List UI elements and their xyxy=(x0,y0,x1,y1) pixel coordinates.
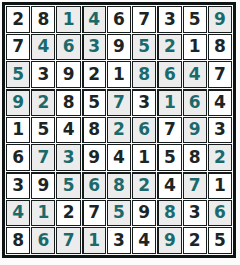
cell-r9c3[interactable]: 7 xyxy=(56,227,80,254)
given-digit: 1 xyxy=(138,149,150,166)
cell-r6c3[interactable]: 3 xyxy=(56,144,80,171)
cell-r8c1[interactable]: 4 xyxy=(6,200,30,227)
cell-r4c7[interactable]: 1 xyxy=(157,89,181,116)
cell-r4c1[interactable]: 9 xyxy=(6,89,30,116)
given-digit: 8 xyxy=(63,94,75,111)
given-digit: 2 xyxy=(88,66,100,83)
cell-r6c7[interactable]: 5 xyxy=(157,144,181,171)
given-digit: 3 xyxy=(189,204,201,221)
solved-digit: 4 xyxy=(37,38,49,55)
cell-r4c9[interactable]: 4 xyxy=(208,89,232,116)
cell-r8c8[interactable]: 3 xyxy=(183,200,207,227)
cell-r7c8[interactable]: 7 xyxy=(183,172,207,199)
given-digit: 2 xyxy=(189,232,201,249)
cell-r4c3[interactable]: 8 xyxy=(56,89,80,116)
cell-r3c9[interactable]: 7 xyxy=(208,61,232,88)
cell-r6c9[interactable]: 2 xyxy=(208,144,232,171)
given-digit: 7 xyxy=(12,38,24,55)
solved-digit: 7 xyxy=(189,177,201,194)
solved-digit: 1 xyxy=(164,94,176,111)
solved-digit: 6 xyxy=(189,94,201,111)
cell-r1c9[interactable]: 9 xyxy=(208,6,232,33)
cell-r5c3[interactable]: 4 xyxy=(56,117,80,144)
cell-r5c8[interactable]: 9 xyxy=(183,117,207,144)
cell-r4c2[interactable]: 2 xyxy=(31,89,55,116)
given-digit: 5 xyxy=(164,149,176,166)
solved-digit: 4 xyxy=(189,66,201,83)
cell-r1c6[interactable]: 7 xyxy=(132,6,156,33)
given-digit: 4 xyxy=(113,149,125,166)
solved-digit: 6 xyxy=(88,177,100,194)
cell-r7c1[interactable]: 3 xyxy=(6,172,30,199)
cell-r5c5[interactable]: 2 xyxy=(107,117,131,144)
solved-digit: 1 xyxy=(63,11,75,28)
given-digit: 3 xyxy=(12,177,24,194)
solved-digit: 5 xyxy=(63,177,75,194)
cell-r8c2[interactable]: 1 xyxy=(31,200,55,227)
cell-r2c7[interactable]: 2 xyxy=(157,34,181,61)
cell-r7c3[interactable]: 5 xyxy=(56,172,80,199)
solved-digit: 5 xyxy=(138,38,150,55)
given-digit: 8 xyxy=(88,121,100,138)
solved-digit: 2 xyxy=(37,94,49,111)
given-digit: 9 xyxy=(37,177,49,194)
cell-r9c8[interactable]: 2 xyxy=(183,227,207,254)
given-digit: 1 xyxy=(113,66,125,83)
given-digit: 1 xyxy=(214,177,226,194)
given-digit: 3 xyxy=(37,66,49,83)
cell-r7c5[interactable]: 8 xyxy=(107,172,131,199)
solved-digit: 6 xyxy=(164,66,176,83)
given-digit: 3 xyxy=(164,11,176,28)
cell-r5c2[interactable]: 5 xyxy=(31,117,55,144)
solved-digit: 6 xyxy=(37,232,49,249)
solved-digit: 7 xyxy=(37,149,49,166)
given-digit: 2 xyxy=(63,204,75,221)
solved-digit: 3 xyxy=(88,38,100,55)
cell-r8c9[interactable]: 6 xyxy=(208,200,232,227)
given-digit: 4 xyxy=(138,232,150,249)
cell-r3c1[interactable]: 5 xyxy=(6,61,30,88)
cell-r1c5[interactable]: 6 xyxy=(107,6,131,33)
solved-digit: 1 xyxy=(88,232,100,249)
cell-r9c6[interactable]: 4 xyxy=(132,227,156,254)
cell-r1c2[interactable]: 8 xyxy=(31,6,55,33)
solved-digit: 3 xyxy=(63,149,75,166)
given-digit: 5 xyxy=(214,232,226,249)
cell-r5c1[interactable]: 1 xyxy=(6,117,30,144)
cell-r6c1[interactable]: 6 xyxy=(6,144,30,171)
given-digit: 8 xyxy=(189,149,201,166)
cell-r8c7[interactable]: 8 xyxy=(157,200,181,227)
solved-digit: 8 xyxy=(113,177,125,194)
cell-r2c3[interactable]: 6 xyxy=(56,34,80,61)
cell-r4c8[interactable]: 6 xyxy=(183,89,207,116)
cell-r4c5[interactable]: 7 xyxy=(107,89,131,116)
cell-r3c6[interactable]: 8 xyxy=(132,61,156,88)
given-digit: 8 xyxy=(12,232,24,249)
cell-r1c4[interactable]: 4 xyxy=(82,6,106,33)
cell-r1c8[interactable]: 5 xyxy=(183,6,207,33)
cell-r7c2[interactable]: 9 xyxy=(31,172,55,199)
cell-r1c1[interactable]: 2 xyxy=(6,6,30,33)
cell-r2c4[interactable]: 3 xyxy=(82,34,106,61)
cell-r8c4[interactable]: 7 xyxy=(82,200,106,227)
solved-digit: 7 xyxy=(63,232,75,249)
given-digit: 1 xyxy=(189,38,201,55)
given-digit: 7 xyxy=(214,66,226,83)
given-digit: 3 xyxy=(113,232,125,249)
solved-digit: 2 xyxy=(164,38,176,55)
solved-digit: 6 xyxy=(63,38,75,55)
cell-r5c9[interactable]: 3 xyxy=(208,117,232,144)
solved-digit: 2 xyxy=(113,121,125,138)
solved-digit: 5 xyxy=(113,204,125,221)
given-digit: 3 xyxy=(214,121,226,138)
given-digit: 4 xyxy=(63,121,75,138)
given-digit: 9 xyxy=(138,204,150,221)
solved-digit: 9 xyxy=(164,232,176,249)
cell-r5c7[interactable]: 7 xyxy=(157,117,181,144)
solved-digit: 9 xyxy=(12,94,24,111)
given-digit: 2 xyxy=(12,11,24,28)
solved-digit: 9 xyxy=(214,11,226,28)
given-digit: 7 xyxy=(164,121,176,138)
solved-digit: 8 xyxy=(138,66,150,83)
cell-r7c9[interactable]: 1 xyxy=(208,172,232,199)
given-digit: 7 xyxy=(138,11,150,28)
cell-r6c2[interactable]: 7 xyxy=(31,144,55,171)
solved-digit: 6 xyxy=(214,204,226,221)
given-digit: 3 xyxy=(138,94,150,111)
cell-r3c4[interactable]: 2 xyxy=(82,61,106,88)
cell-r9c5[interactable]: 3 xyxy=(107,227,131,254)
cell-r6c5[interactable]: 4 xyxy=(107,144,131,171)
given-digit: 5 xyxy=(88,94,100,111)
given-digit: 6 xyxy=(12,149,24,166)
cell-r1c3[interactable]: 1 xyxy=(56,6,80,33)
given-digit: 5 xyxy=(189,11,201,28)
given-digit: 7 xyxy=(88,204,100,221)
solved-digit: 8 xyxy=(164,204,176,221)
solved-digit: 9 xyxy=(189,121,201,138)
cell-r3c3[interactable]: 9 xyxy=(56,61,80,88)
solved-digit: 4 xyxy=(88,11,100,28)
cell-r2c5[interactable]: 9 xyxy=(107,34,131,61)
cell-r3c2[interactable]: 3 xyxy=(31,61,55,88)
cell-r2c9[interactable]: 8 xyxy=(208,34,232,61)
cell-r9c4[interactable]: 1 xyxy=(82,227,106,254)
cell-r4c4[interactable]: 5 xyxy=(82,89,106,116)
cell-r8c6[interactable]: 9 xyxy=(132,200,156,227)
cell-r7c7[interactable]: 4 xyxy=(157,172,181,199)
given-digit: 4 xyxy=(214,94,226,111)
cell-r9c1[interactable]: 8 xyxy=(6,227,30,254)
given-digit: 9 xyxy=(63,66,75,83)
cell-r6c4[interactable]: 9 xyxy=(82,144,106,171)
given-digit: 8 xyxy=(214,38,226,55)
given-digit: 9 xyxy=(88,149,100,166)
cell-r1c7[interactable]: 3 xyxy=(157,6,181,33)
cell-r6c6[interactable]: 1 xyxy=(132,144,156,171)
solved-digit: 4 xyxy=(12,204,24,221)
cell-r6c8[interactable]: 8 xyxy=(183,144,207,171)
cell-r2c6[interactable]: 5 xyxy=(132,34,156,61)
given-digit: 5 xyxy=(37,121,49,138)
cell-r9c2[interactable]: 6 xyxy=(31,227,55,254)
cell-r8c5[interactable]: 5 xyxy=(107,200,131,227)
cell-r9c9[interactable]: 5 xyxy=(208,227,232,254)
solved-digit: 6 xyxy=(138,121,150,138)
given-digit: 8 xyxy=(37,11,49,28)
given-digit: 1 xyxy=(12,121,24,138)
solved-digit: 7 xyxy=(113,94,125,111)
cell-r8c3[interactable]: 2 xyxy=(56,200,80,227)
cell-r7c6[interactable]: 2 xyxy=(132,172,156,199)
cell-r3c7[interactable]: 6 xyxy=(157,61,181,88)
solved-digit: 2 xyxy=(214,149,226,166)
solved-digit: 1 xyxy=(37,204,49,221)
cell-r2c1[interactable]: 7 xyxy=(6,34,30,61)
cell-r3c8[interactable]: 4 xyxy=(183,61,207,88)
given-digit: 9 xyxy=(113,38,125,55)
cell-r5c6[interactable]: 6 xyxy=(132,117,156,144)
cell-r2c8[interactable]: 1 xyxy=(183,34,207,61)
cell-r2c2[interactable]: 4 xyxy=(31,34,55,61)
cell-r9c7[interactable]: 9 xyxy=(157,227,181,254)
solved-digit: 5 xyxy=(12,66,24,83)
cell-r5c4[interactable]: 8 xyxy=(82,117,106,144)
sudoku-board: 2814673597463952185392186479285731641548… xyxy=(2,2,236,258)
given-digit: 4 xyxy=(164,177,176,194)
cell-r3c5[interactable]: 1 xyxy=(107,61,131,88)
cell-r7c4[interactable]: 6 xyxy=(82,172,106,199)
given-digit: 6 xyxy=(113,11,125,28)
cell-r4c6[interactable]: 3 xyxy=(132,89,156,116)
solved-digit: 2 xyxy=(138,177,150,194)
